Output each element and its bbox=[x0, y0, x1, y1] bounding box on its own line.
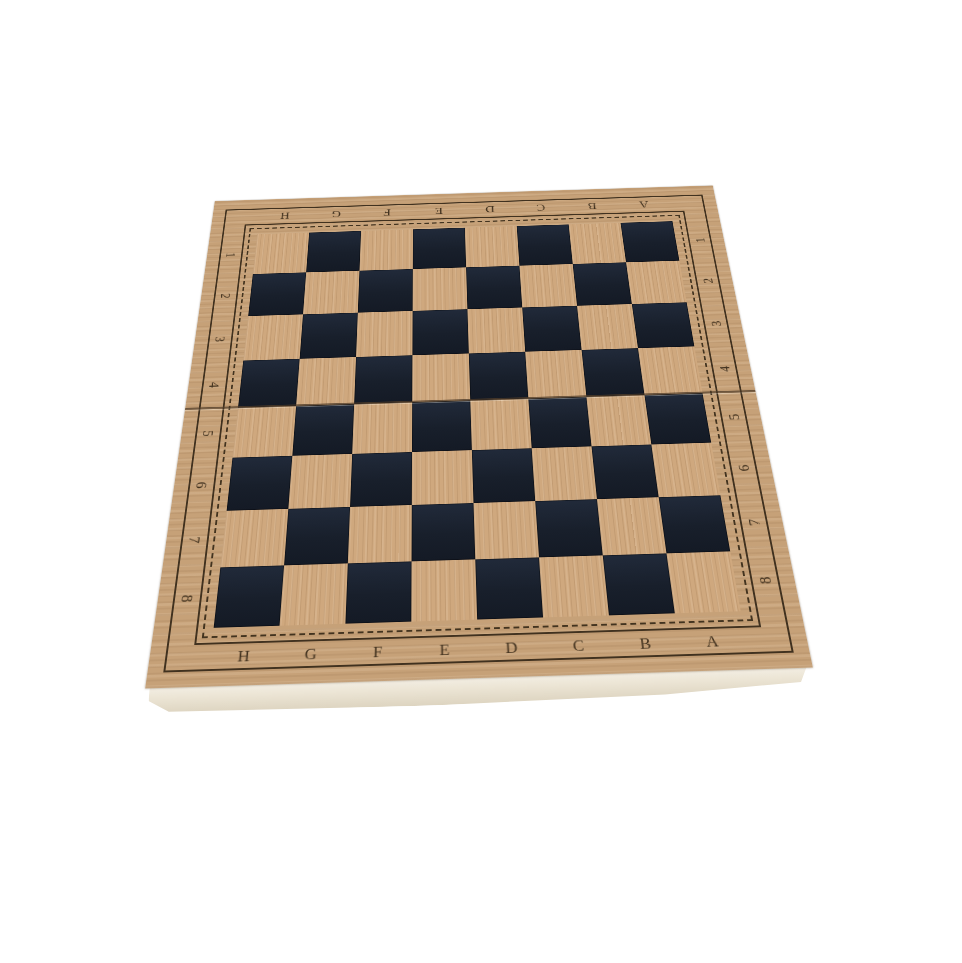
square-f4[interactable] bbox=[354, 355, 412, 404]
file-label-top-a: A bbox=[617, 196, 671, 213]
square-h4[interactable] bbox=[238, 359, 300, 408]
square-g2[interactable] bbox=[303, 271, 359, 315]
square-h1[interactable] bbox=[253, 233, 309, 274]
square-a5[interactable] bbox=[644, 393, 711, 444]
square-e7[interactable] bbox=[412, 503, 476, 561]
square-b3[interactable] bbox=[577, 304, 638, 350]
square-g1[interactable] bbox=[306, 231, 361, 272]
square-e5[interactable] bbox=[412, 400, 472, 452]
square-h3[interactable] bbox=[243, 314, 303, 360]
square-a1[interactable] bbox=[621, 221, 680, 262]
square-a2[interactable] bbox=[626, 261, 687, 304]
square-h5[interactable] bbox=[232, 406, 296, 458]
square-b4[interactable] bbox=[582, 348, 645, 397]
square-a3[interactable] bbox=[632, 302, 695, 348]
square-h6[interactable] bbox=[227, 456, 293, 511]
board-grid bbox=[214, 221, 741, 628]
square-g6[interactable] bbox=[288, 454, 352, 509]
square-d6[interactable] bbox=[472, 448, 535, 503]
file-label-bottom-g: G bbox=[276, 640, 344, 668]
file-label-bottom-b: B bbox=[611, 630, 681, 658]
product-photo-stage: HGFEDCBA HGFEDCBA 12345678 12345678 bbox=[0, 0, 962, 963]
square-a4[interactable] bbox=[638, 346, 703, 395]
square-e4[interactable] bbox=[412, 353, 470, 402]
file-label-top-c: C bbox=[515, 199, 568, 216]
square-a6[interactable] bbox=[651, 443, 720, 498]
file-label-bottom-e: E bbox=[411, 636, 478, 664]
file-label-bottom-h: H bbox=[209, 642, 278, 670]
file-label-bottom-a: A bbox=[677, 628, 748, 655]
square-f1[interactable] bbox=[359, 229, 412, 270]
square-g5[interactable] bbox=[292, 404, 354, 456]
file-label-top-g: G bbox=[310, 206, 362, 223]
square-f3[interactable] bbox=[356, 311, 413, 357]
board-tilt-wrapper: HGFEDCBA HGFEDCBA 12345678 12345678 bbox=[0, 0, 962, 963]
square-c2[interactable] bbox=[519, 264, 577, 307]
square-e8[interactable] bbox=[411, 559, 477, 621]
square-c8[interactable] bbox=[539, 555, 609, 617]
square-f6[interactable] bbox=[350, 452, 412, 507]
file-label-bottom-d: D bbox=[478, 634, 546, 662]
file-label-top-d: D bbox=[464, 201, 516, 218]
square-b2[interactable] bbox=[573, 262, 632, 305]
file-label-bottom-c: C bbox=[544, 632, 613, 660]
square-b7[interactable] bbox=[597, 497, 667, 555]
square-g3[interactable] bbox=[300, 313, 358, 359]
square-d4[interactable] bbox=[469, 352, 529, 401]
square-h7[interactable] bbox=[220, 509, 288, 568]
square-g7[interactable] bbox=[284, 507, 350, 565]
square-h8[interactable] bbox=[214, 565, 284, 627]
square-c4[interactable] bbox=[525, 350, 586, 399]
square-d7[interactable] bbox=[474, 501, 540, 559]
board-perspective-scene: HGFEDCBA HGFEDCBA 12345678 12345678 bbox=[124, 0, 813, 688]
file-label-top-f: F bbox=[361, 204, 413, 221]
square-d2[interactable] bbox=[466, 266, 522, 310]
square-b1[interactable] bbox=[569, 223, 626, 264]
square-c1[interactable] bbox=[517, 224, 573, 265]
square-f2[interactable] bbox=[358, 269, 413, 313]
file-label-top-h: H bbox=[258, 207, 311, 224]
square-c5[interactable] bbox=[528, 397, 591, 449]
square-b6[interactable] bbox=[592, 444, 659, 499]
square-b5[interactable] bbox=[586, 395, 651, 446]
file-label-bottom-f: F bbox=[344, 638, 411, 666]
square-f8[interactable] bbox=[345, 561, 411, 623]
square-d5[interactable] bbox=[470, 399, 531, 451]
square-e2[interactable] bbox=[413, 267, 468, 311]
square-c6[interactable] bbox=[532, 446, 597, 501]
square-g4[interactable] bbox=[296, 357, 356, 406]
square-a8[interactable] bbox=[666, 551, 740, 613]
square-a7[interactable] bbox=[659, 495, 731, 553]
square-c7[interactable] bbox=[535, 499, 603, 557]
chess-board: HGFEDCBA HGFEDCBA 12345678 12345678 bbox=[145, 186, 813, 689]
square-d8[interactable] bbox=[475, 557, 543, 619]
square-e6[interactable] bbox=[412, 450, 474, 505]
square-c3[interactable] bbox=[522, 306, 581, 352]
square-h2[interactable] bbox=[248, 272, 306, 316]
square-b8[interactable] bbox=[603, 553, 675, 615]
square-g8[interactable] bbox=[280, 563, 348, 625]
square-e3[interactable] bbox=[412, 309, 468, 355]
square-d1[interactable] bbox=[465, 226, 520, 267]
square-f5[interactable] bbox=[352, 402, 412, 454]
square-d3[interactable] bbox=[467, 307, 525, 353]
square-f7[interactable] bbox=[348, 505, 412, 563]
file-label-top-e: E bbox=[413, 203, 465, 220]
square-e1[interactable] bbox=[413, 228, 466, 269]
file-label-top-b: B bbox=[566, 198, 619, 215]
